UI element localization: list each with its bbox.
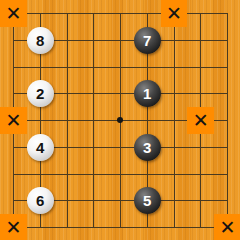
stone-black-1-F6: 1 (134, 80, 161, 107)
stone-white-4-B4: 4 (27, 134, 54, 161)
stone-layer: 82467135 (0, 0, 240, 240)
stone-black-7-F8: 7 (134, 27, 161, 54)
stone-white-8-B8: 8 (27, 27, 54, 54)
go-board[interactable]: ✕✕✕✕✕✕ 82467135 (0, 0, 240, 240)
stone-white-2-B6: 2 (27, 80, 54, 107)
stone-black-5-F2: 5 (134, 187, 161, 214)
stone-black-3-F4: 3 (134, 134, 161, 161)
stone-white-6-B2: 6 (27, 187, 54, 214)
